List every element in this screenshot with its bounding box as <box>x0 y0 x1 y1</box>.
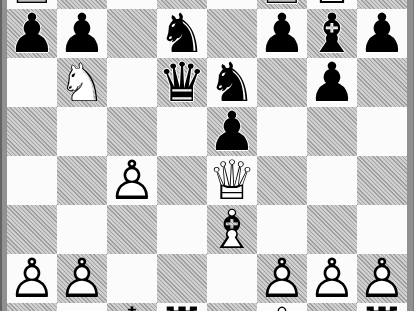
black-king-icon: ♚ <box>307 0 357 9</box>
white-queen-icon: ♛♕ <box>207 156 257 205</box>
square-b1[interactable] <box>57 303 107 311</box>
square-g6[interactable]: ♟ <box>307 58 357 107</box>
square-c3[interactable] <box>107 205 157 254</box>
square-d5[interactable] <box>157 107 207 156</box>
chessboard: ♜♜♚♟♟♞♟♝♟♞♘♛♞♟♟♟♙♛♕♝♗♟♙♟♙♟♙♟♙♟♙♚♔♜♖♝♗♜♖ <box>7 0 407 311</box>
board-frame-left <box>0 0 2 311</box>
square-e6[interactable]: ♞ <box>207 58 257 107</box>
square-d8[interactable] <box>157 0 207 9</box>
square-a8[interactable]: ♜ <box>7 0 57 9</box>
square-e2[interactable] <box>207 254 257 303</box>
square-c5[interactable] <box>107 107 157 156</box>
square-c8[interactable] <box>107 0 157 9</box>
black-rook-icon: ♜ <box>257 0 307 9</box>
square-e3[interactable]: ♝♗ <box>207 205 257 254</box>
square-g7[interactable]: ♝ <box>307 9 357 58</box>
square-e8[interactable] <box>207 0 257 9</box>
square-f6[interactable] <box>257 58 307 107</box>
square-a1[interactable] <box>7 303 57 311</box>
square-b8[interactable] <box>57 0 107 9</box>
square-f3[interactable] <box>257 205 307 254</box>
black-pawn-icon: ♟ <box>257 9 307 58</box>
square-h3[interactable] <box>357 205 407 254</box>
square-d3[interactable] <box>157 205 207 254</box>
white-pawn-icon: ♟♙ <box>257 254 307 303</box>
square-h4[interactable] <box>357 156 407 205</box>
square-f5[interactable] <box>257 107 307 156</box>
square-f8[interactable]: ♜ <box>257 0 307 9</box>
square-a5[interactable] <box>7 107 57 156</box>
white-bishop-icon: ♝♗ <box>207 205 257 254</box>
chessboard-diagram: ♜♜♚♟♟♞♟♝♟♞♘♛♞♟♟♟♙♛♕♝♗♟♙♟♙♟♙♟♙♟♙♚♔♜♖♝♗♜♖ <box>0 0 414 311</box>
square-a2[interactable]: ♟♙ <box>7 254 57 303</box>
white-rook-icon: ♜♖ <box>357 303 407 311</box>
black-knight-icon: ♞ <box>207 58 257 107</box>
black-pawn-icon: ♟ <box>7 9 57 58</box>
square-b2[interactable]: ♟♙ <box>57 254 107 303</box>
square-d7[interactable]: ♞ <box>157 9 207 58</box>
black-pawn-icon: ♟ <box>57 9 107 58</box>
square-h6[interactable] <box>357 58 407 107</box>
white-pawn-icon: ♟♙ <box>357 254 407 303</box>
square-a3[interactable] <box>7 205 57 254</box>
white-pawn-icon: ♟♙ <box>107 156 157 205</box>
white-rook-icon: ♜♖ <box>157 303 207 311</box>
square-b5[interactable] <box>57 107 107 156</box>
square-g3[interactable] <box>307 205 357 254</box>
white-pawn-icon: ♟♙ <box>57 254 107 303</box>
square-b6[interactable]: ♞♘ <box>57 58 107 107</box>
square-a4[interactable] <box>7 156 57 205</box>
square-f2[interactable]: ♟♙ <box>257 254 307 303</box>
square-b7[interactable]: ♟ <box>57 9 107 58</box>
square-h2[interactable]: ♟♙ <box>357 254 407 303</box>
white-knight-icon: ♞♘ <box>57 58 107 107</box>
square-h1[interactable]: ♜♖ <box>357 303 407 311</box>
square-c1[interactable]: ♚♔ <box>107 303 157 311</box>
square-e5[interactable]: ♟ <box>207 107 257 156</box>
square-g5[interactable] <box>307 107 357 156</box>
white-king-icon: ♚♔ <box>107 303 157 311</box>
square-e4[interactable]: ♛♕ <box>207 156 257 205</box>
square-h7[interactable]: ♟ <box>357 9 407 58</box>
square-g1[interactable] <box>307 303 357 311</box>
square-g8[interactable]: ♚ <box>307 0 357 9</box>
black-pawn-icon: ♟ <box>207 107 257 156</box>
white-pawn-icon: ♟♙ <box>7 254 57 303</box>
black-pawn-icon: ♟ <box>307 58 357 107</box>
black-queen-icon: ♛ <box>157 58 207 107</box>
square-c6[interactable] <box>107 58 157 107</box>
square-f4[interactable] <box>257 156 307 205</box>
white-pawn-icon: ♟♙ <box>307 254 357 303</box>
square-c2[interactable] <box>107 254 157 303</box>
black-rook-icon: ♜ <box>7 0 57 9</box>
square-f1[interactable]: ♝♗ <box>257 303 307 311</box>
square-g2[interactable]: ♟♙ <box>307 254 357 303</box>
square-b4[interactable] <box>57 156 107 205</box>
square-a7[interactable]: ♟ <box>7 9 57 58</box>
black-pawn-icon: ♟ <box>357 9 407 58</box>
square-b3[interactable] <box>57 205 107 254</box>
square-e7[interactable] <box>207 9 257 58</box>
square-c4[interactable]: ♟♙ <box>107 156 157 205</box>
white-bishop-icon: ♝♗ <box>257 303 307 311</box>
square-d1[interactable]: ♜♖ <box>157 303 207 311</box>
square-d6[interactable]: ♛ <box>157 58 207 107</box>
square-f7[interactable]: ♟ <box>257 9 307 58</box>
square-g4[interactable] <box>307 156 357 205</box>
square-e1[interactable] <box>207 303 257 311</box>
square-d4[interactable] <box>157 156 207 205</box>
square-c7[interactable] <box>107 9 157 58</box>
square-d2[interactable] <box>157 254 207 303</box>
black-bishop-icon: ♝ <box>307 9 357 58</box>
square-h8[interactable] <box>357 0 407 9</box>
black-knight-icon: ♞ <box>157 9 207 58</box>
square-h5[interactable] <box>357 107 407 156</box>
square-a6[interactable] <box>7 58 57 107</box>
